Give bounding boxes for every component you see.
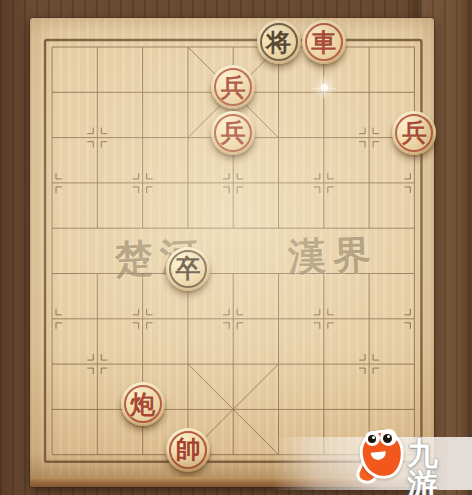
watermark-text: 九游	[407, 438, 472, 495]
piece-glyph: 車	[311, 30, 336, 55]
mascot-eye-right	[380, 429, 397, 446]
piece-glyph: 帥	[175, 437, 200, 462]
piece-glyph: 卒	[175, 256, 200, 281]
piece-glyph: 兵	[402, 120, 427, 145]
watermark-mascot-icon	[354, 427, 404, 479]
piece-red-soldier[interactable]: 兵	[211, 111, 255, 155]
piece-red-general[interactable]: 帥	[166, 428, 210, 472]
piece-glyph: 将	[266, 30, 291, 55]
piece-glyph: 炮	[130, 392, 155, 417]
piece-glyph: 兵	[221, 120, 246, 145]
piece-red-soldier[interactable]: 兵	[392, 111, 436, 155]
piece-glyph: 兵	[221, 75, 246, 100]
piece-red-cannon[interactable]: 炮	[121, 382, 165, 426]
piece-black-general[interactable]: 将	[257, 20, 301, 64]
piece-black-soldier[interactable]: 卒	[166, 247, 210, 291]
app-background: 楚河 漢界 将車兵兵兵卒炮帥 九游	[0, 0, 472, 495]
mascot-eye-left	[365, 431, 380, 446]
piece-red-chariot[interactable]: 車	[302, 20, 346, 64]
